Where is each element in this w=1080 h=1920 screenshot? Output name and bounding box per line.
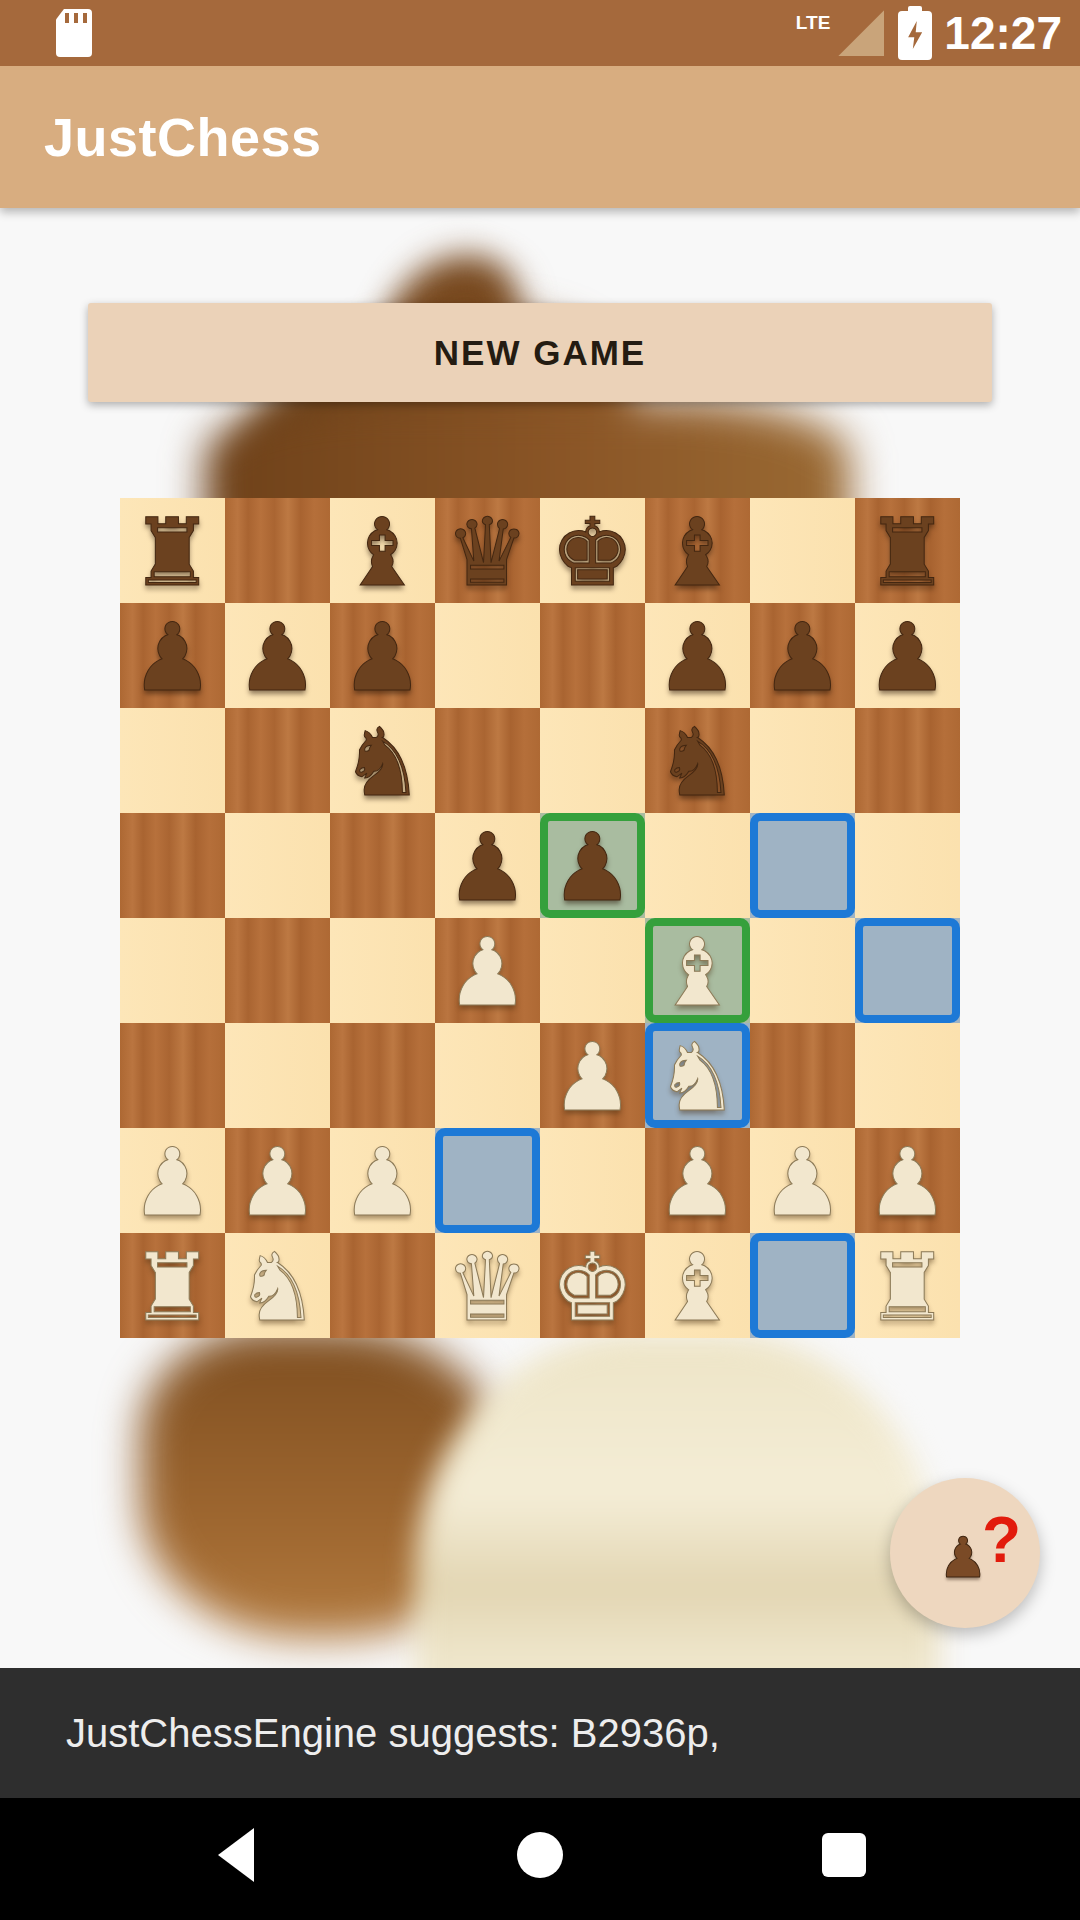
square-b3[interactable] <box>225 1023 330 1128</box>
square-f4[interactable]: ♝ <box>645 918 750 1023</box>
square-f5[interactable] <box>645 813 750 918</box>
square-g8[interactable] <box>750 498 855 603</box>
piece-black-pawn: ♟ <box>550 821 634 915</box>
status-bar-clock: 12:27 <box>944 6 1062 60</box>
square-g3[interactable] <box>750 1023 855 1128</box>
square-g7[interactable]: ♟ <box>750 603 855 708</box>
piece-black-knight: ♞ <box>340 716 424 810</box>
chess-board: ♜♝♛♚♝♜♟♟♟♟♟♟♞♞♟♟♟♝♟♞♟♟♟♟♟♟♜♞♛♚♝♜ <box>120 498 960 1338</box>
piece-white-pawn: ♟ <box>760 1136 844 1230</box>
android-navigation-bar <box>0 1798 1080 1920</box>
square-h2[interactable]: ♟ <box>855 1128 960 1233</box>
square-a2[interactable]: ♟ <box>120 1128 225 1233</box>
sdcard-slots <box>65 13 89 23</box>
square-a3[interactable] <box>120 1023 225 1128</box>
piece-white-pawn: ♟ <box>865 1136 949 1230</box>
square-e5[interactable]: ♟ <box>540 813 645 918</box>
square-f1[interactable]: ♝ <box>645 1233 750 1338</box>
piece-white-bishop: ♝ <box>655 926 739 1020</box>
square-c4[interactable] <box>330 918 435 1023</box>
square-d6[interactable] <box>435 708 540 813</box>
piece-black-pawn: ♟ <box>865 611 949 705</box>
engine-suggestion-snackbar: JustChessEngine suggests: B2936p, <box>0 1668 1080 1798</box>
piece-white-rook: ♜ <box>130 1241 214 1335</box>
piece-white-pawn: ♟ <box>340 1136 424 1230</box>
square-c5[interactable] <box>330 813 435 918</box>
square-f7[interactable]: ♟ <box>645 603 750 708</box>
network-type-label: LTE <box>796 12 830 34</box>
square-a7[interactable]: ♟ <box>120 603 225 708</box>
piece-black-pawn: ♟ <box>235 611 319 705</box>
recents-icon[interactable] <box>822 1833 866 1877</box>
piece-white-pawn: ♟ <box>550 1031 634 1125</box>
square-d4[interactable]: ♟ <box>435 918 540 1023</box>
square-h1[interactable]: ♜ <box>855 1233 960 1338</box>
square-f2[interactable]: ♟ <box>645 1128 750 1233</box>
phone-screen: LTE 12:27 JustChess NEW GAME ♜♝♛♚♝♜♟♟♟♟♟… <box>0 0 1080 1920</box>
piece-black-bishop: ♝ <box>655 506 739 600</box>
square-g5[interactable] <box>750 813 855 918</box>
pawn-icon: ♟ <box>938 1530 988 1586</box>
piece-black-king: ♚ <box>550 506 634 600</box>
square-f8[interactable]: ♝ <box>645 498 750 603</box>
square-d3[interactable] <box>435 1023 540 1128</box>
square-a6[interactable] <box>120 708 225 813</box>
signal-strength-icon <box>838 10 884 56</box>
square-h3[interactable] <box>855 1023 960 1128</box>
square-c2[interactable]: ♟ <box>330 1128 435 1233</box>
square-b6[interactable] <box>225 708 330 813</box>
battery-icon <box>898 6 932 60</box>
square-f3[interactable]: ♞ <box>645 1023 750 1128</box>
piece-black-pawn: ♟ <box>130 611 214 705</box>
square-h5[interactable] <box>855 813 960 918</box>
square-e3[interactable]: ♟ <box>540 1023 645 1128</box>
status-bar-right: LTE 12:27 <box>796 0 1062 66</box>
piece-black-knight: ♞ <box>655 716 739 810</box>
square-h4[interactable] <box>855 918 960 1023</box>
piece-white-pawn: ♟ <box>445 926 529 1020</box>
square-h6[interactable] <box>855 708 960 813</box>
square-e6[interactable] <box>540 708 645 813</box>
square-g6[interactable] <box>750 708 855 813</box>
piece-white-knight: ♞ <box>235 1241 319 1335</box>
square-b2[interactable]: ♟ <box>225 1128 330 1233</box>
piece-black-pawn: ♟ <box>655 611 739 705</box>
home-icon[interactable] <box>517 1832 563 1878</box>
new-game-button[interactable]: NEW GAME <box>88 303 992 402</box>
piece-black-bishop: ♝ <box>340 506 424 600</box>
piece-black-pawn: ♟ <box>340 611 424 705</box>
square-b5[interactable] <box>225 813 330 918</box>
square-e4[interactable] <box>540 918 645 1023</box>
app-title: JustChess <box>44 66 322 208</box>
engine-suggestion-text: JustChessEngine suggests: B2936p, <box>66 1711 720 1756</box>
sdcard-icon <box>56 9 92 57</box>
square-d7[interactable] <box>435 603 540 708</box>
square-g1[interactable] <box>750 1233 855 1338</box>
piece-white-rook: ♜ <box>865 1241 949 1335</box>
square-h8[interactable]: ♜ <box>855 498 960 603</box>
piece-white-king: ♚ <box>550 1241 634 1335</box>
question-mark-icon: ? <box>982 1508 1021 1572</box>
back-icon[interactable] <box>218 1828 254 1882</box>
piece-black-queen: ♛ <box>445 506 529 600</box>
square-d1[interactable]: ♛ <box>435 1233 540 1338</box>
square-a8[interactable]: ♜ <box>120 498 225 603</box>
square-c1[interactable] <box>330 1233 435 1338</box>
piece-black-rook: ♜ <box>865 506 949 600</box>
piece-white-pawn: ♟ <box>655 1136 739 1230</box>
square-d2[interactable] <box>435 1128 540 1233</box>
square-a5[interactable] <box>120 813 225 918</box>
square-c6[interactable]: ♞ <box>330 708 435 813</box>
piece-white-pawn: ♟ <box>130 1136 214 1230</box>
square-h7[interactable]: ♟ <box>855 603 960 708</box>
square-e1[interactable]: ♚ <box>540 1233 645 1338</box>
piece-black-pawn: ♟ <box>445 821 529 915</box>
square-g2[interactable]: ♟ <box>750 1128 855 1233</box>
square-b7[interactable]: ♟ <box>225 603 330 708</box>
piece-white-queen: ♛ <box>445 1241 529 1335</box>
square-c8[interactable]: ♝ <box>330 498 435 603</box>
square-e2[interactable] <box>540 1128 645 1233</box>
square-c7[interactable]: ♟ <box>330 603 435 708</box>
square-a4[interactable] <box>120 918 225 1023</box>
piece-black-pawn: ♟ <box>760 611 844 705</box>
square-f6[interactable]: ♞ <box>645 708 750 813</box>
square-e8[interactable]: ♚ <box>540 498 645 603</box>
piece-white-bishop: ♝ <box>655 1241 739 1335</box>
blurred-white-pawn <box>415 1333 940 1668</box>
status-bar: LTE 12:27 <box>0 0 1080 66</box>
piece-white-knight: ♞ <box>655 1031 739 1125</box>
app-bar: JustChess <box>0 66 1080 208</box>
hint-fab-button[interactable]: ♟ ? <box>890 1478 1040 1628</box>
piece-white-pawn: ♟ <box>235 1136 319 1230</box>
square-b1[interactable]: ♞ <box>225 1233 330 1338</box>
square-d8[interactable]: ♛ <box>435 498 540 603</box>
square-b8[interactable] <box>225 498 330 603</box>
square-g4[interactable] <box>750 918 855 1023</box>
square-a1[interactable]: ♜ <box>120 1233 225 1338</box>
square-d5[interactable]: ♟ <box>435 813 540 918</box>
piece-black-rook: ♜ <box>130 506 214 600</box>
square-b4[interactable] <box>225 918 330 1023</box>
square-e7[interactable] <box>540 603 645 708</box>
square-c3[interactable] <box>330 1023 435 1128</box>
